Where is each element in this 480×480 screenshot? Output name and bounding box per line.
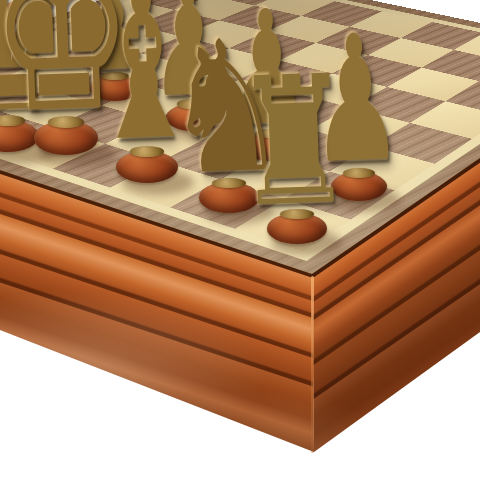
rook-glyph: ♜ xyxy=(231,52,358,232)
chess-set-photo: ♛♚♝♞♜♟♟♟♟♟ xyxy=(0,0,480,480)
pieces-layer: ♛♚♝♞♜♟♟♟♟♟ xyxy=(0,0,480,480)
